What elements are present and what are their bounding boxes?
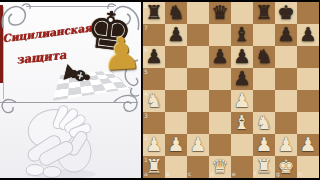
- golden-pawn-icon: ♟: [101, 31, 141, 77]
- square-a2[interactable]: ♟2: [143, 134, 165, 156]
- file-label-c: c: [188, 171, 191, 177]
- square-e3[interactable]: ♝: [231, 112, 253, 134]
- white-pawn-e4: ♟: [233, 91, 250, 110]
- square-f8[interactable]: ♜: [253, 2, 275, 24]
- white-rook-a1: ♜: [145, 157, 162, 176]
- black-knight-f6: ♞: [255, 47, 272, 66]
- square-b3[interactable]: [165, 112, 187, 134]
- square-c4[interactable]: [187, 90, 209, 112]
- square-e1[interactable]: e: [231, 156, 253, 178]
- square-d4[interactable]: [209, 90, 231, 112]
- rank-label-3: 3: [144, 113, 148, 119]
- white-knight-f3: ♞: [255, 113, 272, 132]
- square-a6[interactable]: ♟6: [143, 46, 165, 68]
- square-c5[interactable]: [187, 68, 209, 90]
- black-pawn-b7: ♟: [167, 25, 184, 44]
- rank-label-6: 6: [144, 47, 148, 53]
- square-g6[interactable]: [275, 46, 297, 68]
- white-rook-f1: ♜: [255, 157, 272, 176]
- white-pawn-c2: ♟: [189, 135, 206, 154]
- square-d8[interactable]: ♛: [209, 2, 231, 24]
- square-a4[interactable]: ♞4: [143, 90, 165, 112]
- square-b7[interactable]: ♟: [165, 24, 187, 46]
- file-label-b: b: [166, 171, 170, 177]
- square-b8[interactable]: ♞: [165, 2, 187, 24]
- square-d3[interactable]: [209, 112, 231, 134]
- file-label-a: a: [144, 171, 148, 177]
- square-d6[interactable]: ♟: [209, 46, 231, 68]
- square-d2[interactable]: [209, 134, 231, 156]
- rank-label-4: 4: [144, 91, 148, 97]
- rank-label-1: 1: [144, 157, 148, 163]
- frame-line-left: [3, 7, 4, 99]
- square-e7[interactable]: ♝: [231, 24, 253, 46]
- letterbox-bottom: [0, 178, 320, 180]
- white-pawn-h2: ♟: [299, 135, 316, 154]
- square-f6[interactable]: ♞: [253, 46, 275, 68]
- square-b4[interactable]: [165, 90, 187, 112]
- white-pawn-a2: ♟: [145, 135, 162, 154]
- black-bishop-e7: ♝: [233, 25, 250, 44]
- square-h3[interactable]: [297, 112, 319, 134]
- rank-label-2: 2: [144, 135, 148, 141]
- square-g8[interactable]: ♚: [275, 2, 297, 24]
- square-f7[interactable]: [253, 24, 275, 46]
- square-b5[interactable]: [165, 68, 187, 90]
- square-b6[interactable]: [165, 46, 187, 68]
- black-pawn-e5: ♟: [233, 69, 250, 88]
- square-c8[interactable]: [187, 2, 209, 24]
- file-label-e: e: [232, 171, 236, 177]
- square-h6[interactable]: [297, 46, 319, 68]
- white-pawn-b2: ♟: [167, 135, 184, 154]
- square-c2[interactable]: ♟: [187, 134, 209, 156]
- rank-label-5: 5: [144, 69, 148, 75]
- white-pawn-f2: ♟: [255, 135, 272, 154]
- square-d5[interactable]: [209, 68, 231, 90]
- square-h8[interactable]: [297, 2, 319, 24]
- thinking-person-figure: [14, 104, 108, 178]
- square-f5[interactable]: [253, 68, 275, 90]
- square-a5[interactable]: 5: [143, 68, 165, 90]
- square-c6[interactable]: [187, 46, 209, 68]
- black-rook-a8: ♜: [145, 3, 162, 22]
- black-king-g8: ♚: [277, 3, 294, 22]
- square-f2[interactable]: ♟: [253, 134, 275, 156]
- black-knight-b8: ♞: [167, 3, 184, 22]
- white-queen-d1: ♛: [211, 157, 228, 176]
- video-thumbnail: Сицилианская защита ♝ ♚ ♟: [0, 0, 320, 180]
- square-g4[interactable]: [275, 90, 297, 112]
- square-g1[interactable]: ♚g: [275, 156, 297, 178]
- black-rook-f8: ♜: [255, 3, 272, 22]
- square-e5[interactable]: ♟: [231, 68, 253, 90]
- square-f3[interactable]: ♞: [253, 112, 275, 134]
- square-e4[interactable]: ♟: [231, 90, 253, 112]
- square-a1[interactable]: ♜1a: [143, 156, 165, 178]
- divider-line: [0, 102, 138, 103]
- white-pawn-g2: ♟: [277, 135, 294, 154]
- file-label-d: d: [210, 171, 214, 177]
- rank-label-8: 8: [144, 3, 148, 9]
- square-a7[interactable]: 7: [143, 24, 165, 46]
- square-g5[interactable]: [275, 68, 297, 90]
- letterbox-top: [0, 0, 320, 2]
- black-pawn-h7: ♟: [299, 25, 316, 44]
- square-d1[interactable]: ♛d: [209, 156, 231, 178]
- chess-board: ♜8♞♛♜♚7♟♝♟♟♟6♟♟♞5♟♞4♟3♝♞♟2♟♟♟♟♟♜1abc♛de♜…: [143, 2, 319, 178]
- square-g2[interactable]: ♟: [275, 134, 297, 156]
- square-h4[interactable]: [297, 90, 319, 112]
- square-e8[interactable]: [231, 2, 253, 24]
- black-pawn-g7: ♟: [277, 25, 294, 44]
- square-h5[interactable]: [297, 68, 319, 90]
- square-g3[interactable]: [275, 112, 297, 134]
- square-f4[interactable]: [253, 90, 275, 112]
- square-c1[interactable]: c: [187, 156, 209, 178]
- square-g7[interactable]: ♟: [275, 24, 297, 46]
- square-a3[interactable]: 3: [143, 112, 165, 134]
- black-queen-d8: ♛: [211, 3, 228, 22]
- file-label-f: f: [254, 171, 256, 177]
- square-b1[interactable]: b: [165, 156, 187, 178]
- square-h2[interactable]: ♟: [297, 134, 319, 156]
- square-d7[interactable]: [209, 24, 231, 46]
- black-pawn-a6: ♟: [145, 47, 162, 66]
- file-label-h: h: [298, 171, 302, 177]
- square-c7[interactable]: [187, 24, 209, 46]
- square-h7[interactable]: ♟: [297, 24, 319, 46]
- white-knight-a4: ♞: [145, 91, 162, 110]
- square-h1[interactable]: h: [297, 156, 319, 178]
- square-b2[interactable]: ♟: [165, 134, 187, 156]
- square-c3[interactable]: [187, 112, 209, 134]
- file-label-g: g: [276, 171, 280, 177]
- square-e2[interactable]: [231, 134, 253, 156]
- white-king-g1: ♚: [277, 157, 294, 176]
- square-e6[interactable]: ♟: [231, 46, 253, 68]
- black-pawn-d6: ♟: [211, 47, 228, 66]
- rank-label-7: 7: [144, 25, 148, 31]
- square-f1[interactable]: ♜f: [253, 156, 275, 178]
- white-bishop-e3: ♝: [233, 113, 250, 132]
- square-a8[interactable]: ♜8: [143, 2, 165, 24]
- title-panel: Сицилианская защита ♝ ♚ ♟: [0, 2, 141, 178]
- black-pawn-e6: ♟: [233, 47, 250, 66]
